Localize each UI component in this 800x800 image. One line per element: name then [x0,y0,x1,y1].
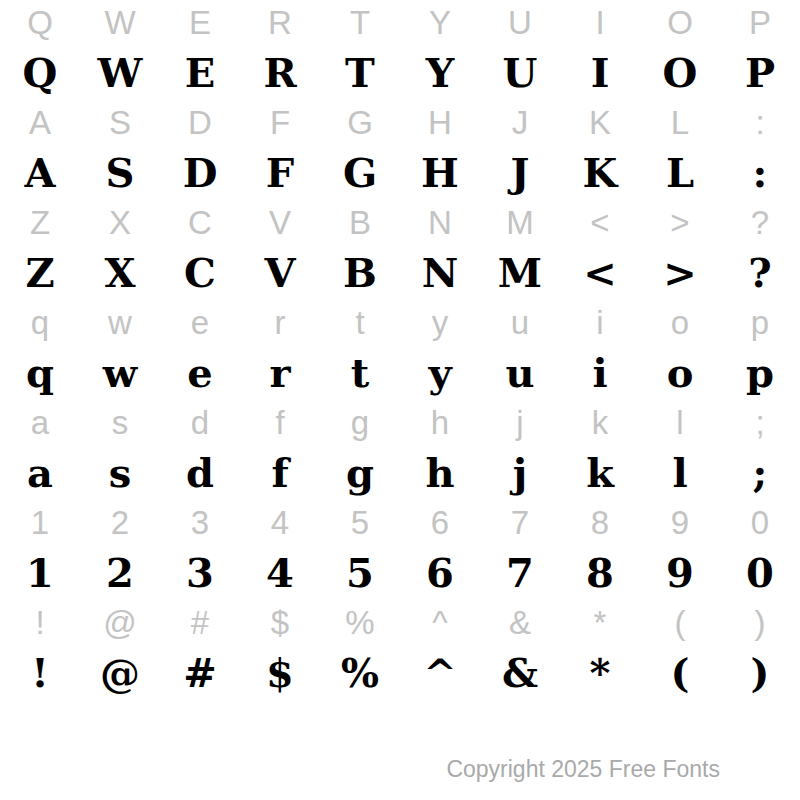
preview-glyph-cell: F [240,153,320,193]
reference-glyph-cell: R [240,6,320,39]
reference-glyph-cell: o [640,306,720,339]
reference-row-0: QWERTYUIOP [0,0,800,45]
preview-glyph-cell: A [0,153,80,193]
preview-glyph-cell: 4 [240,553,320,593]
preview-glyph-cell: u [480,353,560,393]
preview-glyph-cell: K [560,153,640,193]
preview-glyph-cell: 2 [80,553,160,593]
preview-row-6: !@#$%^&*() [0,645,800,700]
reference-glyph-cell: f [240,406,320,439]
preview-glyph-cell: V [240,253,320,293]
reference-glyph-cell: # [160,606,240,639]
reference-glyph-cell: > [640,206,720,239]
reference-glyph-cell: r [240,306,320,339]
reference-glyph-cell: P [720,6,800,39]
reference-glyph-cell: 6 [400,506,480,539]
reference-glyph-cell: 5 [320,506,400,539]
preview-glyph-cell: * [560,653,640,693]
reference-glyph-cell: K [560,106,640,139]
reference-glyph-cell: G [320,106,400,139]
reference-glyph-cell: ) [720,606,800,639]
preview-glyph-cell: Q [0,53,80,93]
reference-glyph-cell: W [80,6,160,39]
reference-glyph-cell: s [80,406,160,439]
preview-glyph-cell: f [240,453,320,493]
reference-glyph-cell: E [160,6,240,39]
reference-glyph-cell: T [320,6,400,39]
reference-glyph-cell: ! [0,606,80,639]
reference-glyph-cell: % [320,606,400,639]
preview-glyph-cell: # [160,653,240,693]
reference-glyph-cell: 2 [80,506,160,539]
preview-glyph-cell: r [240,353,320,393]
reference-glyph-cell: p [720,306,800,339]
reference-glyph-cell: H [400,106,480,139]
reference-glyph-cell: A [0,106,80,139]
preview-glyph-cell: < [560,253,640,293]
reference-glyph-cell: t [320,306,400,339]
reference-glyph-cell: u [480,306,560,339]
reference-glyph-cell: M [480,206,560,239]
preview-glyph-cell: R [240,53,320,93]
preview-row-1: ASDFGHJKL: [0,145,800,200]
reference-glyph-cell: B [320,206,400,239]
preview-glyph-cell: C [160,253,240,293]
preview-glyph-cell: W [80,53,160,93]
preview-glyph-cell: Y [400,53,480,93]
preview-glyph-cell: > [640,253,720,293]
preview-row-5: 1234567890 [0,545,800,600]
reference-glyph-cell: D [160,106,240,139]
preview-glyph-cell: 3 [160,553,240,593]
reference-glyph-cell: 3 [160,506,240,539]
preview-glyph-cell: j [480,453,560,493]
preview-glyph-cell: i [560,353,640,393]
preview-glyph-cell: ? [720,253,800,293]
preview-glyph-cell: s [80,453,160,493]
preview-glyph-cell: L [640,153,720,193]
reference-glyph-cell: * [560,606,640,639]
preview-glyph-cell: 9 [640,553,720,593]
preview-row-3: qwertyuiop [0,345,800,400]
glyph-band-5: 12345678901234567890 [0,500,800,600]
reference-row-5: 1234567890 [0,500,800,545]
preview-glyph-cell: w [80,353,160,393]
preview-glyph-cell: h [400,453,480,493]
reference-glyph-cell: : [720,106,800,139]
copyright-watermark: Copyright 2025 Free Fonts [446,756,720,783]
reference-glyph-cell: w [80,306,160,339]
preview-glyph-cell: 8 [560,553,640,593]
reference-glyph-cell: y [400,306,480,339]
reference-glyph-cell: g [320,406,400,439]
preview-glyph-cell: ! [0,653,80,693]
preview-glyph-cell: ^ [400,653,480,693]
reference-glyph-cell: Y [400,6,480,39]
glyph-band-6: !@#$%^&*()!@#$%^&*() [0,600,800,700]
preview-glyph-cell: d [160,453,240,493]
glyph-band-4: asdfghjkl;asdfghjkl; [0,400,800,500]
preview-glyph-cell: B [320,253,400,293]
preview-glyph-cell: M [480,253,560,293]
reference-row-1: ASDFGHJKL: [0,100,800,145]
preview-glyph-cell: o [640,353,720,393]
preview-glyph-cell: : [720,153,800,193]
reference-row-3: qwertyuiop [0,300,800,345]
preview-glyph-cell: e [160,353,240,393]
reference-glyph-cell: 4 [240,506,320,539]
reference-glyph-cell: k [560,406,640,439]
preview-glyph-cell: k [560,453,640,493]
glyph-band-2: ZXCVBNM<>?ZXCVBNM<>? [0,200,800,300]
reference-glyph-cell: ^ [400,606,480,639]
preview-glyph-cell: E [160,53,240,93]
reference-glyph-cell: I [560,6,640,39]
preview-glyph-cell: p [720,353,800,393]
reference-glyph-cell: l [640,406,720,439]
preview-glyph-cell: T [320,53,400,93]
reference-glyph-cell: a [0,406,80,439]
reference-glyph-cell: $ [240,606,320,639]
reference-glyph-cell: C [160,206,240,239]
preview-glyph-cell: % [320,653,400,693]
reference-glyph-cell: e [160,306,240,339]
reference-glyph-cell: 8 [560,506,640,539]
character-grid: QWERTYUIOPQWERTYUIOPASDFGHJKL:ASDFGHJKL:… [0,0,800,700]
preview-glyph-cell: @ [80,653,160,693]
preview-glyph-cell: J [480,153,560,193]
preview-glyph-cell: P [720,53,800,93]
preview-glyph-cell: D [160,153,240,193]
preview-glyph-cell: S [80,153,160,193]
preview-glyph-cell: O [640,53,720,93]
reference-glyph-cell: j [480,406,560,439]
preview-glyph-cell: ) [720,653,800,693]
preview-glyph-cell: a [0,453,80,493]
preview-glyph-cell: H [400,153,480,193]
preview-glyph-cell: $ [240,653,320,693]
reference-glyph-cell: 9 [640,506,720,539]
glyph-band-0: QWERTYUIOPQWERTYUIOP [0,0,800,100]
reference-glyph-cell: U [480,6,560,39]
preview-glyph-cell: ( [640,653,720,693]
preview-glyph-cell: & [480,653,560,693]
reference-glyph-cell: ? [720,206,800,239]
preview-row-4: asdfghjkl; [0,445,800,500]
preview-glyph-cell: U [480,53,560,93]
preview-glyph-cell: I [560,53,640,93]
reference-glyph-cell: O [640,6,720,39]
preview-glyph-cell: 5 [320,553,400,593]
preview-glyph-cell: X [80,253,160,293]
preview-glyph-cell: 6 [400,553,480,593]
preview-glyph-cell: G [320,153,400,193]
reference-glyph-cell: F [240,106,320,139]
preview-glyph-cell: t [320,353,400,393]
preview-glyph-cell: Z [0,253,80,293]
reference-glyph-cell: V [240,206,320,239]
reference-glyph-cell: X [80,206,160,239]
reference-glyph-cell: @ [80,606,160,639]
reference-glyph-cell: 7 [480,506,560,539]
reference-glyph-cell: 1 [0,506,80,539]
preview-glyph-cell: q [0,353,80,393]
reference-glyph-cell: N [400,206,480,239]
reference-glyph-cell: L [640,106,720,139]
preview-glyph-cell: g [320,453,400,493]
reference-glyph-cell: J [480,106,560,139]
reference-glyph-cell: h [400,406,480,439]
reference-glyph-cell: Z [0,206,80,239]
preview-glyph-cell: 0 [720,553,800,593]
reference-glyph-cell: S [80,106,160,139]
reference-glyph-cell: ( [640,606,720,639]
glyph-band-1: ASDFGHJKL:ASDFGHJKL: [0,100,800,200]
preview-glyph-cell: 1 [0,553,80,593]
reference-glyph-cell: ; [720,406,800,439]
font-specimen-sheet: QWERTYUIOPQWERTYUIOPASDFGHJKL:ASDFGHJKL:… [0,0,800,800]
reference-row-4: asdfghjkl; [0,400,800,445]
reference-glyph-cell: Q [0,6,80,39]
reference-glyph-cell: & [480,606,560,639]
reference-glyph-cell: i [560,306,640,339]
reference-glyph-cell: q [0,306,80,339]
preview-row-2: ZXCVBNM<>? [0,245,800,300]
reference-glyph-cell: 0 [720,506,800,539]
reference-row-2: ZXCVBNM<>? [0,200,800,245]
reference-glyph-cell: d [160,406,240,439]
preview-glyph-cell: ; [720,453,800,493]
preview-glyph-cell: 7 [480,553,560,593]
preview-row-0: QWERTYUIOP [0,45,800,100]
preview-glyph-cell: y [400,353,480,393]
glyph-band-3: qwertyuiopqwertyuiop [0,300,800,400]
preview-glyph-cell: l [640,453,720,493]
preview-glyph-cell: N [400,253,480,293]
reference-glyph-cell: < [560,206,640,239]
reference-row-6: !@#$%^&*() [0,600,800,645]
